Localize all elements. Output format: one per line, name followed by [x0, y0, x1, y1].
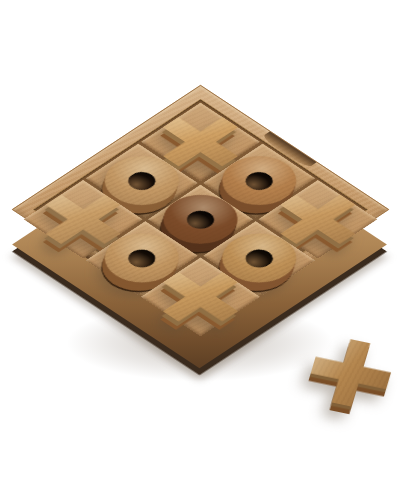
loose-piece-x[interactable] [304, 333, 399, 412]
x-piece-top [304, 333, 399, 412]
product-photo-stage [0, 0, 400, 488]
